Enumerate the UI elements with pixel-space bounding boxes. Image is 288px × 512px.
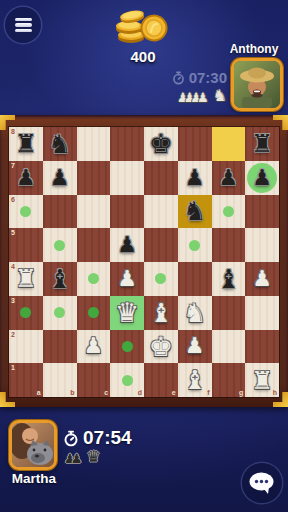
square-a3[interactable]: 3	[9, 296, 43, 330]
black-king-e8[interactable]: ♚	[149, 130, 173, 157]
square-f6[interactable]: ♞	[178, 195, 212, 229]
square-g8[interactable]	[212, 127, 246, 161]
square-h7[interactable]: ♟	[245, 161, 279, 195]
square-f2[interactable]: ♟	[178, 330, 212, 364]
square-e5[interactable]	[144, 228, 178, 262]
white-knight-f3[interactable]: ♞	[183, 300, 206, 326]
square-b3[interactable]	[43, 296, 77, 330]
square-h8[interactable]: ♜	[245, 127, 279, 161]
square-a6[interactable]: 6	[9, 195, 43, 229]
square-h3[interactable]	[245, 296, 279, 330]
opponent-timer: 07:30	[172, 69, 227, 86]
captured-black-pawn: ♟	[71, 452, 83, 465]
square-d3[interactable]: ♛	[110, 296, 144, 330]
player-captured: ♟♟♛	[64, 449, 101, 465]
white-bishop-f1[interactable]: ♝	[183, 367, 206, 393]
hamburger-icon	[15, 18, 32, 21]
square-a8[interactable]: 8♜	[9, 127, 43, 161]
black-pawn-b7[interactable]: ♟	[50, 167, 70, 189]
move-dot	[20, 307, 31, 318]
square-e2[interactable]: ♚	[144, 330, 178, 364]
square-b8[interactable]: ♞	[43, 127, 77, 161]
square-g3[interactable]	[212, 296, 246, 330]
menu-button[interactable]	[5, 7, 41, 43]
black-bishop-b4[interactable]: ♝	[48, 266, 71, 292]
move-dot	[223, 206, 234, 217]
square-f7[interactable]: ♟	[178, 161, 212, 195]
square-e3[interactable]: ♝	[144, 296, 178, 330]
white-bishop-e3[interactable]: ♝	[149, 300, 172, 326]
square-b2[interactable]	[43, 330, 77, 364]
captured-white-knight: ♞	[213, 88, 227, 104]
board-grid: 8♜♞♚♜7♟♟♟♟♟6♞5♟4♜♝♟♝♟3♛♝♞2♟♚♟1abcdef♝gh♜	[9, 127, 279, 397]
square-c8[interactable]	[77, 127, 111, 161]
square-d8[interactable]	[110, 127, 144, 161]
square-h1[interactable]: h♜	[245, 363, 279, 397]
square-d6[interactable]	[110, 195, 144, 229]
chat-bubble-icon	[248, 471, 276, 495]
square-f3[interactable]: ♞	[178, 296, 212, 330]
white-rook-a4[interactable]: ♜	[15, 266, 37, 291]
white-pawn-d4[interactable]: ♟	[117, 268, 137, 290]
gold-coins-icon	[116, 4, 170, 46]
black-pawn-d5[interactable]: ♟	[117, 234, 137, 256]
rank-label-3: 3	[11, 297, 15, 304]
move-dot	[54, 240, 65, 251]
square-f5[interactable]	[178, 228, 212, 262]
square-c5[interactable]	[77, 228, 111, 262]
stopwatch-icon	[63, 430, 79, 447]
black-rook-a8[interactable]: ♜	[15, 131, 37, 156]
white-pawn-c2[interactable]: ♟	[84, 335, 104, 357]
square-g2[interactable]	[212, 330, 246, 364]
move-dot	[122, 375, 133, 386]
black-knight-f6[interactable]: ♞	[183, 198, 206, 224]
white-queen-d3[interactable]: ♛	[115, 299, 139, 326]
file-label-a: a	[37, 389, 41, 396]
square-c3[interactable]	[77, 296, 111, 330]
square-b5[interactable]	[43, 228, 77, 262]
square-g7[interactable]: ♟	[212, 161, 246, 195]
black-bishop-g4[interactable]: ♝	[217, 266, 240, 292]
square-d4[interactable]: ♟	[110, 262, 144, 296]
square-g1[interactable]: g	[212, 363, 246, 397]
move-dot	[155, 273, 166, 284]
player-photo	[12, 423, 54, 467]
game-screen: 400 Anthony 07:30	[0, 0, 288, 512]
rank-label-2: 2	[11, 331, 15, 338]
file-label-g: g	[239, 389, 243, 396]
square-a1[interactable]: 1a	[9, 363, 43, 397]
square-d2[interactable]	[110, 330, 144, 364]
square-h2[interactable]	[245, 330, 279, 364]
file-label-c: c	[104, 389, 108, 396]
square-g6[interactable]	[212, 195, 246, 229]
square-c6[interactable]	[77, 195, 111, 229]
square-c1[interactable]: c	[77, 363, 111, 397]
opponent-name: Anthony	[226, 42, 282, 56]
square-h5[interactable]	[245, 228, 279, 262]
player-avatar[interactable]	[9, 420, 57, 470]
square-e6[interactable]	[144, 195, 178, 229]
move-dot	[189, 240, 200, 251]
rank-label-6: 6	[11, 196, 15, 203]
square-b4[interactable]: ♝	[43, 262, 77, 296]
move-dot	[54, 307, 65, 318]
rank-label-1: 1	[11, 364, 15, 371]
white-pawn-h4[interactable]: ♟	[252, 268, 272, 290]
opponent-avatar[interactable]	[231, 58, 283, 111]
square-c7[interactable]	[77, 161, 111, 195]
square-g4[interactable]: ♝	[212, 262, 246, 296]
square-e1[interactable]: e	[144, 363, 178, 397]
stopwatch-icon	[172, 71, 185, 85]
square-f1[interactable]: f♝	[178, 363, 212, 397]
white-king-e2[interactable]: ♚	[149, 333, 173, 360]
file-label-b: b	[70, 389, 74, 396]
square-f8[interactable]	[178, 127, 212, 161]
square-b6[interactable]	[43, 195, 77, 229]
square-e4[interactable]	[144, 262, 178, 296]
move-dot	[122, 341, 133, 352]
square-f4[interactable]	[178, 262, 212, 296]
black-pawn-f7[interactable]: ♟	[185, 167, 205, 189]
square-e8[interactable]: ♚	[144, 127, 178, 161]
square-a7[interactable]: 7♟	[9, 161, 43, 195]
opponent-captured: ♟♟♟♟♞	[177, 88, 227, 104]
square-d7[interactable]	[110, 161, 144, 195]
coins-display[interactable]: 400	[112, 4, 174, 65]
square-c4[interactable]	[77, 262, 111, 296]
black-pawn-a7[interactable]: ♟	[16, 167, 36, 189]
square-d5[interactable]: ♟	[110, 228, 144, 262]
file-label-e: e	[172, 389, 176, 396]
square-d1[interactable]: d	[110, 363, 144, 397]
white-pawn-f2[interactable]: ♟	[185, 335, 205, 357]
square-a4[interactable]: 4♜	[9, 262, 43, 296]
chat-button[interactable]	[242, 463, 282, 503]
chess-board: 8♜♞♚♜7♟♟♟♟♟6♞5♟4♜♝♟♝♟3♛♝♞2♟♚♟1abcdef♝gh♜	[0, 115, 288, 407]
move-dot	[88, 307, 99, 318]
coins-value: 400	[112, 48, 174, 65]
move-dot	[88, 273, 99, 284]
white-rook-h1[interactable]: ♜	[251, 368, 273, 393]
square-b7[interactable]: ♟	[43, 161, 77, 195]
opponent-timer-value: 07:30	[189, 69, 227, 86]
captured-white-pawn: ♟	[197, 91, 209, 104]
square-h4[interactable]: ♟	[245, 262, 279, 296]
square-h6[interactable]	[245, 195, 279, 229]
black-rook-h8[interactable]: ♜	[251, 131, 273, 156]
black-pawn-h7[interactable]: ♟	[252, 167, 272, 189]
move-dot	[20, 206, 31, 217]
rank-label-7: 7	[11, 162, 15, 169]
opponent-photo	[234, 61, 280, 108]
player-name: Martha	[2, 471, 66, 486]
player-timer: 07:54	[63, 427, 132, 449]
square-c2[interactable]: ♟	[77, 330, 111, 364]
black-pawn-g7[interactable]: ♟	[219, 167, 239, 189]
square-b1[interactable]: b	[43, 363, 77, 397]
black-knight-b8[interactable]: ♞	[48, 131, 71, 157]
square-g5[interactable]	[212, 228, 246, 262]
square-a2[interactable]: 2	[9, 330, 43, 364]
captured-black-queen: ♛	[86, 449, 100, 465]
square-a5[interactable]: 5	[9, 228, 43, 262]
file-label-d: d	[138, 389, 142, 396]
player-timer-value: 07:54	[83, 427, 132, 449]
file-label-f: f	[207, 389, 209, 396]
file-label-h: h	[273, 389, 277, 396]
square-e7[interactable]	[144, 161, 178, 195]
rank-label-5: 5	[11, 229, 15, 236]
